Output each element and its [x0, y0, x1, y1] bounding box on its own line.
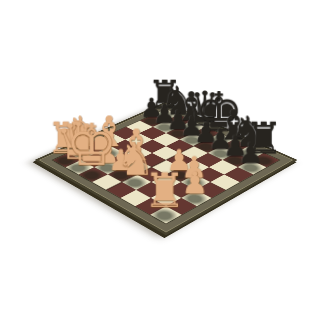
chess-board: ♜♞♝♛♚♝♞♜♟♟♟♟♟♟♟♟♟♟♝♝♟♞♟♟♞♜♛♚♜	[53, 109, 279, 223]
chess-set-product-photo: ♜♞♝♛♚♝♞♜♟♟♟♟♟♟♟♟♟♟♝♝♟♞♟♟♞♜♛♚♜	[0, 0, 320, 320]
black-king-e8: ♚	[186, 84, 251, 140]
white-knight-a2: ♞	[47, 111, 114, 154]
square-e4	[152, 160, 181, 175]
black-rook-a8: ♜	[134, 75, 196, 116]
chess-board-frame: ♜♞♝♛♚♝♞♜♟♟♟♟♟♟♟♟♟♟♝♝♟♞♟♟♞♜♛♚♜	[34, 102, 297, 236]
black-rook-h8: ♜	[230, 116, 298, 161]
square-d3: ♝	[123, 160, 152, 175]
